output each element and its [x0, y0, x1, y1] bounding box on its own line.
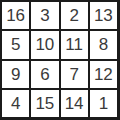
cell-r2c1: 5	[2, 31, 29, 58]
cell-r3c3: 7	[61, 61, 88, 88]
cell-r3c1: 9	[2, 61, 29, 88]
cell-r2c2: 10	[31, 31, 58, 58]
cell-r4c1: 4	[2, 90, 29, 117]
cell-r3c4: 12	[90, 61, 117, 88]
cell-r4c4: 1	[90, 90, 117, 117]
cell-r4c2: 15	[31, 90, 58, 117]
cell-r1c2: 3	[31, 2, 58, 29]
cell-r2c3: 11	[61, 31, 88, 58]
cell-r3c2: 6	[31, 61, 58, 88]
cell-r1c3: 2	[61, 2, 88, 29]
cell-r1c4: 13	[90, 2, 117, 29]
cell-r4c3: 14	[61, 90, 88, 117]
cell-r1c1: 16	[2, 2, 29, 29]
cell-r2c4: 8	[90, 31, 117, 58]
magic-square-board: 16321351011896712415141	[0, 0, 120, 120]
